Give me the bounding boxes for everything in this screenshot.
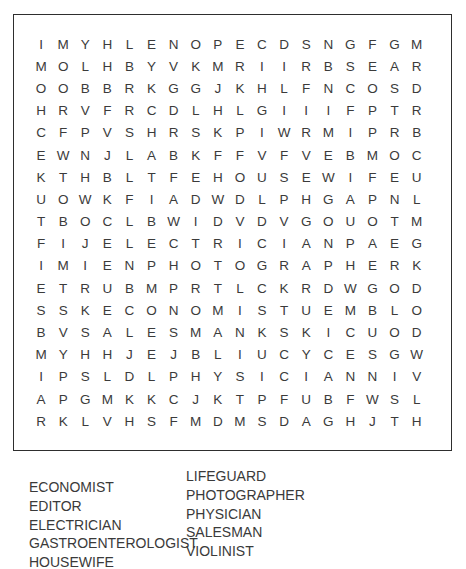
- grid-cell-r15c12[interactable]: C: [273, 344, 295, 366]
- grid-cell-r4c13[interactable]: I: [295, 100, 317, 122]
- grid-cell-r10c13[interactable]: A: [295, 233, 317, 255]
- grid-cell-r13c13[interactable]: U: [295, 299, 317, 321]
- grid-cell-r12c7[interactable]: P: [163, 277, 185, 299]
- grid-cell-r14c17[interactable]: O: [384, 321, 406, 343]
- grid-cell-r12c11[interactable]: C: [251, 277, 273, 299]
- grid-cell-r3c2[interactable]: O: [52, 77, 74, 99]
- grid-cell-r11c18[interactable]: K: [406, 255, 428, 277]
- grid-cell-r3c8[interactable]: G: [185, 77, 207, 99]
- grid-cell-r15c10[interactable]: I: [229, 344, 251, 366]
- grid-cell-r17c9[interactable]: K: [207, 388, 229, 410]
- grid-cell-r16c12[interactable]: C: [273, 366, 295, 388]
- grid-cell-r14c9[interactable]: A: [207, 321, 229, 343]
- grid-cell-r17c2[interactable]: P: [52, 388, 74, 410]
- grid-cell-r2c2[interactable]: O: [52, 55, 74, 77]
- grid-cell-r17c1[interactable]: A: [30, 388, 52, 410]
- grid-cell-r1c8[interactable]: O: [185, 33, 207, 55]
- grid-cell-r6c16[interactable]: M: [361, 144, 383, 166]
- grid-cell-r6c13[interactable]: V: [295, 144, 317, 166]
- grid-cell-r1c14[interactable]: N: [317, 33, 339, 55]
- grid-cell-r17c12[interactable]: F: [273, 388, 295, 410]
- grid-cell-r6c6[interactable]: A: [140, 144, 162, 166]
- grid-cell-r6c8[interactable]: K: [185, 144, 207, 166]
- grid-cell-r1c1[interactable]: I: [30, 33, 52, 55]
- grid-cell-r3c6[interactable]: K: [140, 77, 162, 99]
- grid-cell-r9c1[interactable]: T: [30, 211, 52, 233]
- grid-cell-r16c16[interactable]: N: [361, 366, 383, 388]
- grid-cell-r5c18[interactable]: B: [406, 122, 428, 144]
- grid-cell-r17c16[interactable]: W: [361, 388, 383, 410]
- grid-cell-r10c11[interactable]: C: [251, 233, 273, 255]
- grid-cell-r5c8[interactable]: S: [185, 122, 207, 144]
- grid-cell-r17c13[interactable]: U: [295, 388, 317, 410]
- grid-cell-r1c17[interactable]: G: [384, 33, 406, 55]
- grid-cell-r11c12[interactable]: R: [273, 255, 295, 277]
- grid-cell-r16c13[interactable]: I: [295, 366, 317, 388]
- grid-cell-r7c5[interactable]: L: [118, 166, 140, 188]
- grid-cell-r4c11[interactable]: G: [251, 100, 273, 122]
- grid-cell-r2c4[interactable]: H: [96, 55, 118, 77]
- grid-cell-r3c14[interactable]: N: [317, 77, 339, 99]
- grid-cell-r17c14[interactable]: B: [317, 388, 339, 410]
- grid-cell-r7c12[interactable]: S: [273, 166, 295, 188]
- grid-cell-r16c8[interactable]: H: [185, 366, 207, 388]
- grid-cell-r2c15[interactable]: S: [339, 55, 361, 77]
- grid-cell-r13c1[interactable]: S: [30, 299, 52, 321]
- grid-cell-r7c6[interactable]: T: [140, 166, 162, 188]
- grid-cell-r17c17[interactable]: S: [384, 388, 406, 410]
- grid-cell-r7c16[interactable]: F: [361, 166, 383, 188]
- grid-cell-r9c15[interactable]: U: [339, 211, 361, 233]
- grid-cell-r9c10[interactable]: V: [229, 211, 251, 233]
- grid-cell-r17c7[interactable]: C: [163, 388, 185, 410]
- grid-cell-r18c18[interactable]: H: [406, 410, 428, 432]
- grid-cell-r2c10[interactable]: R: [229, 55, 251, 77]
- grid-cell-r9c7[interactable]: W: [163, 211, 185, 233]
- grid-cell-r7c13[interactable]: E: [295, 166, 317, 188]
- grid-cell-r4c16[interactable]: P: [361, 100, 383, 122]
- grid-cell-r5c15[interactable]: I: [339, 122, 361, 144]
- grid-cell-r11c10[interactable]: O: [229, 255, 251, 277]
- grid-cell-r11c9[interactable]: T: [207, 255, 229, 277]
- grid-cell-r6c17[interactable]: O: [384, 144, 406, 166]
- grid-cell-r2c8[interactable]: K: [185, 55, 207, 77]
- grid-cell-r12c15[interactable]: W: [339, 277, 361, 299]
- grid-cell-r17c8[interactable]: J: [185, 388, 207, 410]
- grid-cell-r18c4[interactable]: V: [96, 410, 118, 432]
- grid-cell-r10c17[interactable]: E: [384, 233, 406, 255]
- grid-cell-r18c10[interactable]: M: [229, 410, 251, 432]
- grid-cell-r3c5[interactable]: R: [118, 77, 140, 99]
- grid-cell-r15c7[interactable]: J: [163, 344, 185, 366]
- grid-cell-r12c13[interactable]: R: [295, 277, 317, 299]
- grid-cell-r8c5[interactable]: F: [118, 188, 140, 210]
- grid-cell-r6c4[interactable]: J: [96, 144, 118, 166]
- grid-cell-r11c7[interactable]: H: [163, 255, 185, 277]
- grid-cell-r12c5[interactable]: B: [118, 277, 140, 299]
- grid-cell-r9c18[interactable]: M: [406, 211, 428, 233]
- grid-cell-r11c17[interactable]: R: [384, 255, 406, 277]
- grid-cell-r10c12[interactable]: I: [273, 233, 295, 255]
- grid-cell-r13c16[interactable]: B: [361, 299, 383, 321]
- grid-cell-r13c18[interactable]: O: [406, 299, 428, 321]
- grid-cell-r5c6[interactable]: H: [140, 122, 162, 144]
- grid-cell-r6c11[interactable]: V: [251, 144, 273, 166]
- grid-cell-r11c8[interactable]: O: [185, 255, 207, 277]
- grid-cell-r7c7[interactable]: F: [163, 166, 185, 188]
- grid-cell-r6c3[interactable]: N: [74, 144, 96, 166]
- grid-cell-r3c15[interactable]: C: [339, 77, 361, 99]
- grid-cell-r13c17[interactable]: L: [384, 299, 406, 321]
- grid-cell-r18c3[interactable]: L: [74, 410, 96, 432]
- grid-cell-r13c14[interactable]: E: [317, 299, 339, 321]
- grid-cell-r15c18[interactable]: W: [406, 344, 428, 366]
- grid-cell-r12c8[interactable]: R: [185, 277, 207, 299]
- grid-cell-r16c15[interactable]: N: [339, 366, 361, 388]
- grid-cell-r11c1[interactable]: I: [30, 255, 52, 277]
- grid-cell-r2c16[interactable]: E: [361, 55, 383, 77]
- grid-cell-r6c7[interactable]: B: [163, 144, 185, 166]
- grid-cell-r15c13[interactable]: Y: [295, 344, 317, 366]
- grid-cell-r3c17[interactable]: S: [384, 77, 406, 99]
- grid-cell-r9c13[interactable]: G: [295, 211, 317, 233]
- grid-cell-r4c1[interactable]: H: [30, 100, 52, 122]
- grid-cell-r15c16[interactable]: S: [361, 344, 383, 366]
- grid-cell-r6c5[interactable]: L: [118, 144, 140, 166]
- grid-cell-r9c14[interactable]: O: [317, 211, 339, 233]
- grid-cell-r1c12[interactable]: D: [273, 33, 295, 55]
- grid-cell-r15c3[interactable]: H: [74, 344, 96, 366]
- grid-cell-r7c4[interactable]: B: [96, 166, 118, 188]
- grid-cell-r16c7[interactable]: P: [163, 366, 185, 388]
- grid-cell-r7c1[interactable]: K: [30, 166, 52, 188]
- grid-cell-r1c3[interactable]: Y: [74, 33, 96, 55]
- grid-cell-r14c13[interactable]: K: [295, 321, 317, 343]
- grid-cell-r18c5[interactable]: H: [118, 410, 140, 432]
- grid-cell-r11c13[interactable]: A: [295, 255, 317, 277]
- grid-cell-r4c4[interactable]: F: [96, 100, 118, 122]
- grid-cell-r9c3[interactable]: O: [74, 211, 96, 233]
- grid-cell-r9c5[interactable]: L: [118, 211, 140, 233]
- grid-cell-r12c14[interactable]: D: [317, 277, 339, 299]
- grid-cell-r7c2[interactable]: T: [52, 166, 74, 188]
- grid-cell-r4c7[interactable]: D: [163, 100, 185, 122]
- grid-cell-r10c15[interactable]: P: [339, 233, 361, 255]
- grid-cell-r5c9[interactable]: K: [207, 122, 229, 144]
- grid-cell-r17c5[interactable]: K: [118, 388, 140, 410]
- grid-cell-r5c12[interactable]: W: [273, 122, 295, 144]
- grid-cell-r5c16[interactable]: P: [361, 122, 383, 144]
- grid-cell-r5c4[interactable]: V: [96, 122, 118, 144]
- grid-cell-r15c9[interactable]: L: [207, 344, 229, 366]
- grid-cell-r16c1[interactable]: I: [30, 366, 52, 388]
- grid-cell-r9c2[interactable]: B: [52, 211, 74, 233]
- grid-cell-r3c10[interactable]: K: [229, 77, 251, 99]
- grid-cell-r3c13[interactable]: F: [295, 77, 317, 99]
- grid-cell-r1c11[interactable]: C: [251, 33, 273, 55]
- grid-cell-r8c14[interactable]: G: [317, 188, 339, 210]
- grid-cell-r1c6[interactable]: E: [140, 33, 162, 55]
- grid-cell-r13c10[interactable]: I: [229, 299, 251, 321]
- grid-cell-r4c15[interactable]: F: [339, 100, 361, 122]
- grid-cell-r3c3[interactable]: B: [74, 77, 96, 99]
- grid-cell-r13c3[interactable]: K: [74, 299, 96, 321]
- grid-cell-r9c8[interactable]: I: [185, 211, 207, 233]
- grid-cell-r12c16[interactable]: G: [361, 277, 383, 299]
- grid-cell-r17c3[interactable]: G: [74, 388, 96, 410]
- grid-cell-r2c13[interactable]: R: [295, 55, 317, 77]
- grid-cell-r12c9[interactable]: T: [207, 277, 229, 299]
- grid-cell-r14c8[interactable]: M: [185, 321, 207, 343]
- grid-cell-r4c3[interactable]: V: [74, 100, 96, 122]
- grid-cell-r1c18[interactable]: M: [406, 33, 428, 55]
- grid-cell-r6c9[interactable]: F: [207, 144, 229, 166]
- grid-cell-r8c9[interactable]: W: [207, 188, 229, 210]
- grid-cell-r1c4[interactable]: H: [96, 33, 118, 55]
- grid-cell-r4c18[interactable]: R: [406, 100, 428, 122]
- grid-cell-r3c12[interactable]: L: [273, 77, 295, 99]
- grid-cell-r16c17[interactable]: I: [384, 366, 406, 388]
- grid-cell-r18c1[interactable]: R: [30, 410, 52, 432]
- grid-cell-r7c18[interactable]: U: [406, 166, 428, 188]
- grid-cell-r10c10[interactable]: I: [229, 233, 251, 255]
- grid-cell-r4c10[interactable]: L: [229, 100, 251, 122]
- grid-cell-r2c12[interactable]: I: [273, 55, 295, 77]
- grid-cell-r16c3[interactable]: S: [74, 366, 96, 388]
- grid-cell-r17c6[interactable]: K: [140, 388, 162, 410]
- grid-cell-r13c12[interactable]: T: [273, 299, 295, 321]
- grid-cell-r3c16[interactable]: O: [361, 77, 383, 99]
- grid-cell-r18c9[interactable]: D: [207, 410, 229, 432]
- grid-cell-r18c2[interactable]: K: [52, 410, 74, 432]
- grid-cell-r18c13[interactable]: A: [295, 410, 317, 432]
- grid-cell-r1c2[interactable]: M: [52, 33, 74, 55]
- grid-cell-r16c10[interactable]: S: [229, 366, 251, 388]
- grid-cell-r9c4[interactable]: C: [96, 211, 118, 233]
- grid-cell-r6c2[interactable]: W: [52, 144, 74, 166]
- grid-cell-r5c3[interactable]: P: [74, 122, 96, 144]
- grid-cell-r15c17[interactable]: G: [384, 344, 406, 366]
- grid-cell-r1c5[interactable]: L: [118, 33, 140, 55]
- grid-cell-r2c11[interactable]: I: [251, 55, 273, 77]
- grid-cell-r2c18[interactable]: R: [406, 55, 428, 77]
- grid-cell-r1c16[interactable]: F: [361, 33, 383, 55]
- grid-cell-r15c14[interactable]: C: [317, 344, 339, 366]
- grid-cell-r7c9[interactable]: H: [207, 166, 229, 188]
- grid-cell-r14c6[interactable]: E: [140, 321, 162, 343]
- grid-cell-r14c1[interactable]: B: [30, 321, 52, 343]
- grid-cell-r16c18[interactable]: V: [406, 366, 428, 388]
- grid-cell-r8c13[interactable]: H: [295, 188, 317, 210]
- grid-cell-r8c6[interactable]: I: [140, 188, 162, 210]
- grid-cell-r3c11[interactable]: H: [251, 77, 273, 99]
- grid-cell-r10c16[interactable]: A: [361, 233, 383, 255]
- grid-cell-r18c17[interactable]: T: [384, 410, 406, 432]
- grid-cell-r4c17[interactable]: T: [384, 100, 406, 122]
- grid-cell-r6c12[interactable]: F: [273, 144, 295, 166]
- grid-cell-r6c10[interactable]: F: [229, 144, 251, 166]
- grid-cell-r1c9[interactable]: P: [207, 33, 229, 55]
- grid-cell-r11c15[interactable]: H: [339, 255, 361, 277]
- grid-cell-r14c11[interactable]: K: [251, 321, 273, 343]
- grid-cell-r10c4[interactable]: E: [96, 233, 118, 255]
- grid-cell-r12c4[interactable]: U: [96, 277, 118, 299]
- grid-cell-r3c18[interactable]: D: [406, 77, 428, 99]
- grid-cell-r13c2[interactable]: S: [52, 299, 74, 321]
- grid-cell-r12c2[interactable]: T: [52, 277, 74, 299]
- grid-cell-r12c10[interactable]: L: [229, 277, 251, 299]
- grid-cell-r8c8[interactable]: D: [185, 188, 207, 210]
- grid-cell-r5c7[interactable]: R: [163, 122, 185, 144]
- grid-cell-r5c10[interactable]: P: [229, 122, 251, 144]
- grid-cell-r15c8[interactable]: B: [185, 344, 207, 366]
- grid-cell-r18c14[interactable]: G: [317, 410, 339, 432]
- grid-cell-r12c3[interactable]: R: [74, 277, 96, 299]
- grid-cell-r15c1[interactable]: M: [30, 344, 52, 366]
- grid-cell-r7c15[interactable]: I: [339, 166, 361, 188]
- grid-cell-r10c7[interactable]: C: [163, 233, 185, 255]
- grid-cell-r10c9[interactable]: R: [207, 233, 229, 255]
- grid-cell-r7c14[interactable]: W: [317, 166, 339, 188]
- grid-cell-r13c15[interactable]: M: [339, 299, 361, 321]
- grid-cell-r17c18[interactable]: L: [406, 388, 428, 410]
- grid-cell-r8c1[interactable]: U: [30, 188, 52, 210]
- grid-cell-r10c1[interactable]: F: [30, 233, 52, 255]
- grid-cell-r18c7[interactable]: F: [163, 410, 185, 432]
- grid-cell-r4c12[interactable]: I: [273, 100, 295, 122]
- grid-cell-r17c15[interactable]: F: [339, 388, 361, 410]
- grid-cell-r5c11[interactable]: I: [251, 122, 273, 144]
- grid-cell-r8c15[interactable]: A: [339, 188, 361, 210]
- grid-cell-r10c14[interactable]: N: [317, 233, 339, 255]
- grid-cell-r6c18[interactable]: C: [406, 144, 428, 166]
- grid-cell-r17c10[interactable]: T: [229, 388, 251, 410]
- grid-cell-r14c4[interactable]: A: [96, 321, 118, 343]
- grid-cell-r3c4[interactable]: B: [96, 77, 118, 99]
- grid-cell-r8c17[interactable]: N: [384, 188, 406, 210]
- grid-cell-r1c7[interactable]: N: [163, 33, 185, 55]
- grid-cell-r11c3[interactable]: I: [74, 255, 96, 277]
- grid-cell-r12c18[interactable]: D: [406, 277, 428, 299]
- grid-cell-r15c4[interactable]: H: [96, 344, 118, 366]
- grid-cell-r16c14[interactable]: A: [317, 366, 339, 388]
- grid-cell-r10c18[interactable]: G: [406, 233, 428, 255]
- grid-cell-r15c5[interactable]: J: [118, 344, 140, 366]
- grid-cell-r12c1[interactable]: E: [30, 277, 52, 299]
- grid-cell-r4c14[interactable]: I: [317, 100, 339, 122]
- grid-cell-r10c6[interactable]: E: [140, 233, 162, 255]
- grid-cell-r10c8[interactable]: T: [185, 233, 207, 255]
- grid-cell-r5c1[interactable]: C: [30, 122, 52, 144]
- grid-cell-r18c11[interactable]: S: [251, 410, 273, 432]
- grid-cell-r18c8[interactable]: M: [185, 410, 207, 432]
- grid-cell-r8c16[interactable]: P: [361, 188, 383, 210]
- grid-cell-r13c11[interactable]: S: [251, 299, 273, 321]
- grid-cell-r5c17[interactable]: R: [384, 122, 406, 144]
- grid-cell-r15c11[interactable]: U: [251, 344, 273, 366]
- grid-cell-r14c12[interactable]: S: [273, 321, 295, 343]
- grid-cell-r7c10[interactable]: O: [229, 166, 251, 188]
- grid-cell-r11c4[interactable]: E: [96, 255, 118, 277]
- grid-cell-r2c3[interactable]: L: [74, 55, 96, 77]
- grid-cell-r5c2[interactable]: F: [52, 122, 74, 144]
- grid-cell-r11c5[interactable]: N: [118, 255, 140, 277]
- grid-cell-r14c7[interactable]: S: [163, 321, 185, 343]
- grid-cell-r16c4[interactable]: L: [96, 366, 118, 388]
- grid-cell-r13c7[interactable]: N: [163, 299, 185, 321]
- grid-cell-r4c9[interactable]: H: [207, 100, 229, 122]
- grid-cell-r9c11[interactable]: D: [251, 211, 273, 233]
- grid-cell-r1c10[interactable]: E: [229, 33, 251, 55]
- grid-cell-r18c16[interactable]: J: [361, 410, 383, 432]
- grid-cell-r9c9[interactable]: D: [207, 211, 229, 233]
- grid-cell-r4c2[interactable]: R: [52, 100, 74, 122]
- grid-cell-r5c13[interactable]: R: [295, 122, 317, 144]
- grid-cell-r3c7[interactable]: G: [163, 77, 185, 99]
- grid-cell-r16c11[interactable]: I: [251, 366, 273, 388]
- grid-cell-r1c15[interactable]: G: [339, 33, 361, 55]
- grid-cell-r14c10[interactable]: N: [229, 321, 251, 343]
- grid-cell-r11c11[interactable]: G: [251, 255, 273, 277]
- grid-cell-r10c2[interactable]: I: [52, 233, 74, 255]
- grid-cell-r6c1[interactable]: E: [30, 144, 52, 166]
- grid-cell-r8c2[interactable]: O: [52, 188, 74, 210]
- grid-cell-r15c6[interactable]: E: [140, 344, 162, 366]
- grid-cell-r12c12[interactable]: K: [273, 277, 295, 299]
- grid-cell-r13c5[interactable]: C: [118, 299, 140, 321]
- grid-cell-r18c6[interactable]: S: [140, 410, 162, 432]
- grid-cell-r16c9[interactable]: Y: [207, 366, 229, 388]
- grid-cell-r3c1[interactable]: O: [30, 77, 52, 99]
- grid-cell-r1c13[interactable]: S: [295, 33, 317, 55]
- grid-cell-r18c12[interactable]: D: [273, 410, 295, 432]
- grid-cell-r18c15[interactable]: H: [339, 410, 361, 432]
- grid-cell-r13c4[interactable]: E: [96, 299, 118, 321]
- grid-cell-r7c11[interactable]: U: [251, 166, 273, 188]
- grid-cell-r15c2[interactable]: Y: [52, 344, 74, 366]
- grid-cell-r2c7[interactable]: V: [163, 55, 185, 77]
- grid-cell-r14c3[interactable]: S: [74, 321, 96, 343]
- grid-cell-r7c3[interactable]: H: [74, 166, 96, 188]
- grid-cell-r14c14[interactable]: I: [317, 321, 339, 343]
- grid-cell-r16c2[interactable]: P: [52, 366, 74, 388]
- grid-cell-r4c6[interactable]: C: [140, 100, 162, 122]
- grid-cell-r8c12[interactable]: P: [273, 188, 295, 210]
- grid-cell-r8c4[interactable]: K: [96, 188, 118, 210]
- grid-cell-r11c6[interactable]: P: [140, 255, 162, 277]
- grid-cell-r14c2[interactable]: V: [52, 321, 74, 343]
- grid-cell-r12c17[interactable]: O: [384, 277, 406, 299]
- grid-cell-r2c9[interactable]: M: [207, 55, 229, 77]
- grid-cell-r9c17[interactable]: T: [384, 211, 406, 233]
- grid-cell-r6c14[interactable]: E: [317, 144, 339, 166]
- grid-cell-r7c17[interactable]: E: [384, 166, 406, 188]
- grid-cell-r13c9[interactable]: M: [207, 299, 229, 321]
- grid-cell-r17c4[interactable]: M: [96, 388, 118, 410]
- grid-cell-r8c10[interactable]: D: [229, 188, 251, 210]
- grid-cell-r11c16[interactable]: E: [361, 255, 383, 277]
- grid-cell-r11c2[interactable]: M: [52, 255, 74, 277]
- grid-cell-r2c1[interactable]: M: [30, 55, 52, 77]
- grid-cell-r8c18[interactable]: L: [406, 188, 428, 210]
- grid-cell-r5c14[interactable]: M: [317, 122, 339, 144]
- grid-cell-r9c16[interactable]: O: [361, 211, 383, 233]
- grid-cell-r2c17[interactable]: A: [384, 55, 406, 77]
- grid-cell-r7c8[interactable]: E: [185, 166, 207, 188]
- grid-cell-r8c11[interactable]: L: [251, 188, 273, 210]
- grid-cell-r14c5[interactable]: L: [118, 321, 140, 343]
- grid-cell-r4c8[interactable]: L: [185, 100, 207, 122]
